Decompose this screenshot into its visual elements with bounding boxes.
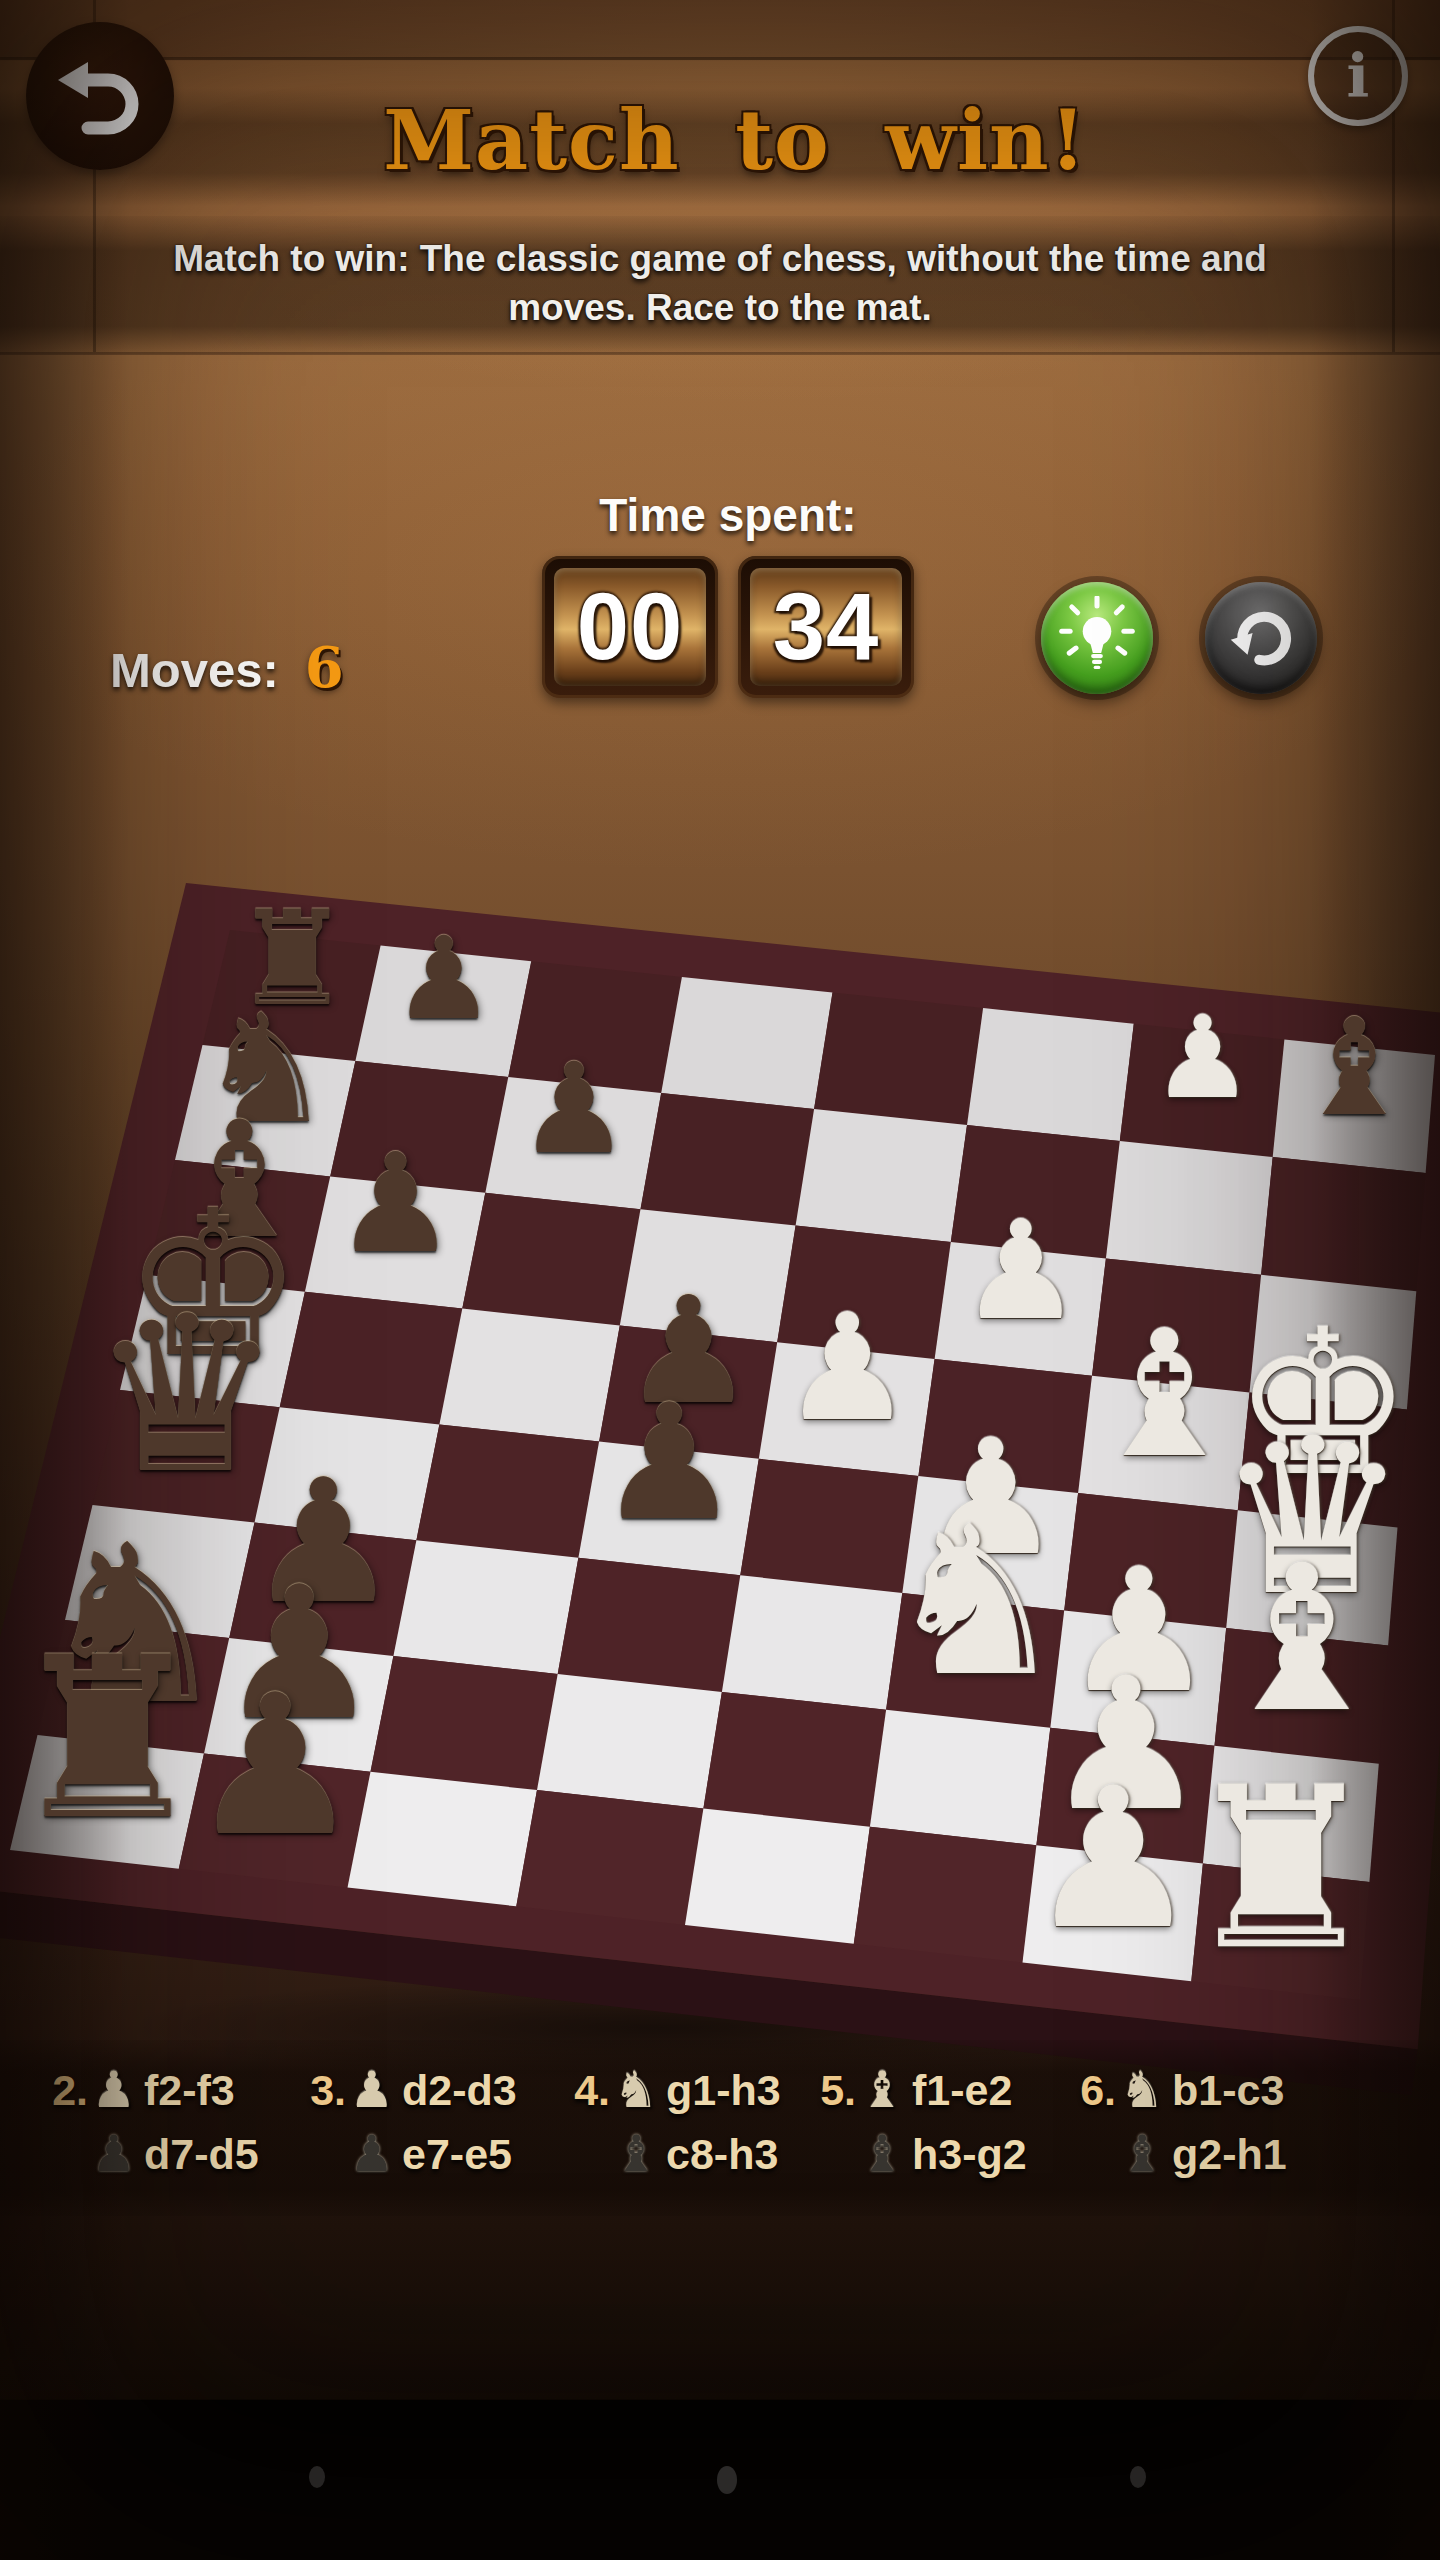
piece-white-pawn-f3[interactable]: ♟: [959, 1202, 1082, 1339]
black-move-row: ♟e7-e5: [346, 2122, 517, 2186]
move-pair-6: 6.♞b1-c3♝g2-h1: [1058, 2058, 1287, 2186]
piece-black-pawn-d5[interactable]: ♟: [597, 1384, 740, 1544]
board-square[interactable]: [280, 1292, 463, 1425]
move-number: 6.: [1058, 2066, 1116, 2115]
white-pawn-icon: ♟: [88, 2060, 140, 2120]
white-move-text: f1-e2: [912, 2066, 1012, 2115]
white-pawn-icon: ♟: [346, 2060, 398, 2120]
board-square[interactable]: [967, 1008, 1134, 1141]
black-pawn-icon: ♟: [346, 2124, 398, 2184]
black-move-row: ♝g2-h1: [1116, 2122, 1287, 2186]
board-square[interactable]: [641, 1093, 815, 1226]
white-knight-icon: ♞: [610, 2060, 662, 2120]
white-move-text: d2-d3: [402, 2066, 517, 2115]
move-pair-3: 3.♟d2-d3♟e7-e5: [288, 2058, 517, 2186]
board-square[interactable]: [1261, 1157, 1426, 1291]
black-move-row: ♝h3-g2: [856, 2122, 1027, 2186]
piece-white-pawn-a2[interactable]: ♟: [1026, 1762, 1200, 1956]
move-number: 3.: [288, 2066, 346, 2115]
board-square[interactable]: [558, 1558, 741, 1692]
board-square[interactable]: [854, 1827, 1037, 1963]
piece-white-rook-a1[interactable]: ♜: [1181, 1758, 1381, 1981]
board-square[interactable]: [516, 1790, 703, 1925]
board-square[interactable]: [703, 1692, 886, 1827]
piece-white-bishop-c1[interactable]: ♝: [1211, 1538, 1392, 1740]
board-square[interactable]: [416, 1424, 599, 1557]
board-square[interactable]: [1106, 1141, 1273, 1275]
white-move-row: 5.♝f1-e2: [798, 2058, 1027, 2122]
move-number: 5.: [798, 2066, 856, 2115]
board-square[interactable]: [439, 1309, 619, 1442]
black-move-row: ♝c8-h3: [610, 2122, 781, 2186]
black-move-text: c8-h3: [666, 2130, 778, 2179]
piece-white-knight-c3[interactable]: ♞: [883, 1500, 1068, 1706]
board-square[interactable]: [870, 1710, 1050, 1845]
white-move-row: 4.♞g1-h3: [552, 2058, 781, 2122]
black-move-row: ♟d7-d5: [88, 2122, 259, 2186]
black-pawn-icon: ♟: [88, 2124, 140, 2184]
board-square[interactable]: [371, 1656, 558, 1790]
board-square[interactable]: [661, 977, 832, 1109]
move-number: 4.: [552, 2066, 610, 2115]
nav-dot-back[interactable]: [309, 2466, 325, 2488]
app-screen: Match to win! i Match to win: The classi…: [0, 0, 1440, 2560]
move-pair-2: 2.♟f2-f3♟d7-d5: [30, 2058, 259, 2186]
board-square[interactable]: [393, 1540, 578, 1674]
piece-black-pawn-g6[interactable]: ♟: [518, 1046, 630, 1171]
white-move-row: 6.♞b1-c3: [1058, 2058, 1287, 2122]
white-knight-icon: ♞: [1116, 2060, 1168, 2120]
white-move-row: 2.♟f2-f3: [30, 2058, 259, 2122]
black-bishop-icon: ♝: [856, 2124, 908, 2184]
board-square[interactable]: [348, 1772, 538, 1907]
piece-black-pawn-h7[interactable]: ♟: [393, 922, 495, 1036]
move-pair-4: 4.♞g1-h3♝c8-h3: [552, 2058, 781, 2186]
nav-dot-home[interactable]: [717, 2466, 737, 2494]
black-move-text: g2-h1: [1172, 2130, 1287, 2179]
board-square[interactable]: [462, 1193, 640, 1326]
white-move-text: f2-f3: [144, 2066, 235, 2115]
white-move-row: 3.♟d2-d3: [288, 2058, 517, 2122]
black-move-text: h3-g2: [912, 2130, 1027, 2179]
piece-black-pawn-a7[interactable]: ♟: [188, 1669, 362, 1863]
black-move-text: e7-e5: [402, 2130, 512, 2179]
piece-white-pawn-h2[interactable]: ♟: [1152, 1001, 1254, 1115]
white-bishop-icon: ♝: [856, 2060, 908, 2120]
black-bishop-icon: ♝: [1116, 2124, 1168, 2184]
move-history-bar: 2.♟f2-f3♟d7-d53.♟d2-d3♟e7-e54.♞g1-h3♝c8-…: [0, 2040, 1440, 2216]
board-square[interactable]: [796, 1109, 967, 1242]
white-move-text: b1-c3: [1172, 2066, 1284, 2115]
board-square[interactable]: [537, 1674, 722, 1809]
piece-white-pawn-e4[interactable]: ♟: [781, 1294, 914, 1442]
piece-black-bishop-h1[interactable]: ♝: [1294, 1002, 1414, 1136]
board-square[interactable]: [685, 1808, 870, 1943]
board-square[interactable]: [722, 1575, 902, 1710]
piece-black-rook-a8[interactable]: ♜: [8, 1628, 208, 1851]
move-number: 2.: [30, 2066, 88, 2115]
black-move-text: d7-d5: [144, 2130, 259, 2179]
piece-black-pawn-f7[interactable]: ♟: [334, 1136, 457, 1273]
board-square[interactable]: [814, 993, 983, 1126]
black-bishop-icon: ♝: [610, 2124, 662, 2184]
white-move-text: g1-h3: [666, 2066, 781, 2115]
move-pair-5: 5.♝f1-e2♝h3-g2: [798, 2058, 1027, 2186]
nav-dot-recent[interactable]: [1130, 2466, 1146, 2488]
